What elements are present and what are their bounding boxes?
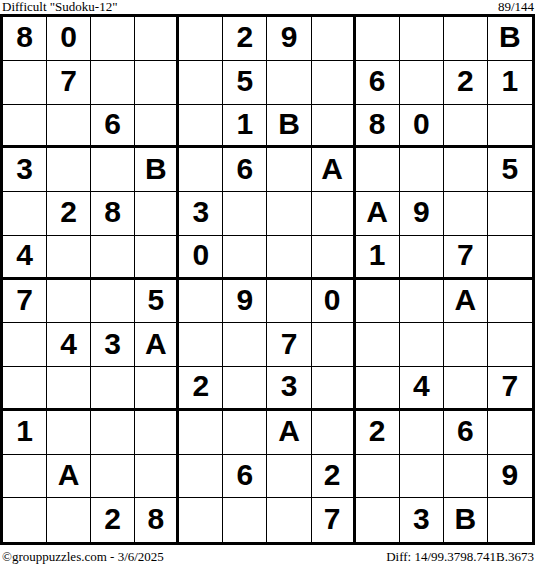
grid-cell: 5 (223, 61, 267, 105)
grid-cell[interactable] (488, 411, 532, 455)
grid-cell[interactable] (179, 61, 223, 105)
grid-cell: 8 (91, 192, 135, 236)
copyright-text: ©grouppuzzles.com - 3/6/2025 (2, 549, 164, 564)
grid-cell: 1 (356, 236, 400, 280)
grid-cell[interactable] (356, 498, 400, 542)
grid-cell[interactable] (91, 17, 135, 61)
grid-cell[interactable] (488, 498, 532, 542)
grid-cell: 7 (312, 498, 356, 542)
cell-value: 7 (60, 64, 77, 98)
grid-cell[interactable] (488, 236, 532, 280)
grid-cell[interactable] (400, 411, 444, 455)
grid-cell: 2 (91, 498, 135, 542)
grid-cell[interactable] (223, 192, 267, 236)
grid-cell: B (488, 17, 532, 61)
grid-cell[interactable] (3, 323, 47, 367)
grid-cell: 0 (47, 17, 91, 61)
cell-value: 3 (104, 327, 121, 361)
cell-value: 9 (413, 195, 430, 229)
grid-cell: 0 (400, 105, 444, 149)
grid-cell: 2 (356, 411, 400, 455)
grid-cell[interactable] (135, 411, 179, 455)
grid-cell[interactable] (488, 280, 532, 324)
cell-value: A (366, 195, 388, 229)
grid-cell[interactable] (223, 323, 267, 367)
page-header: Difficult "Sudoku-12" 89/144 (0, 0, 535, 14)
grid-cell: 2 (47, 192, 91, 236)
grid-cell: B (135, 148, 179, 192)
grid-cell[interactable] (3, 455, 47, 499)
grid-cell[interactable] (179, 105, 223, 149)
cell-value: 9 (237, 283, 254, 317)
grid-cell[interactable] (312, 105, 356, 149)
grid-cell[interactable] (3, 105, 47, 149)
grid-cell[interactable] (267, 280, 311, 324)
grid-cell: 7 (267, 323, 311, 367)
cell-value: 7 (324, 502, 341, 536)
cell-value: 3 (16, 152, 33, 186)
grid-cell: 9 (267, 17, 311, 61)
grid-cell[interactable] (179, 455, 223, 499)
grid-cell: 1 (223, 105, 267, 149)
grid-cell: 3 (91, 323, 135, 367)
grid-cell[interactable] (135, 192, 179, 236)
grid-cell[interactable] (444, 105, 488, 149)
grid-cell: A (312, 148, 356, 192)
cell-value: 7 (502, 369, 519, 403)
grid-cell[interactable] (47, 498, 91, 542)
cell-value: 0 (193, 238, 210, 272)
cell-value: 3 (281, 369, 298, 403)
grid-cell[interactable] (91, 280, 135, 324)
cell-value: A (321, 152, 343, 186)
grid-cell[interactable] (47, 411, 91, 455)
difficulty-code: Diff: 14/99.3798.741B.3673 (386, 549, 534, 564)
grid-cell: A (356, 192, 400, 236)
cell-value: 9 (502, 458, 519, 492)
cell-value: 7 (457, 238, 474, 272)
cell-value: 8 (104, 195, 121, 229)
grid-cell[interactable] (135, 61, 179, 105)
grid-cell: B (444, 498, 488, 542)
cell-value: 1 (502, 64, 519, 98)
cell-value: 8 (369, 107, 386, 141)
grid-cell: 6 (223, 148, 267, 192)
grid-cell[interactable] (488, 192, 532, 236)
grid-cell: 7 (488, 367, 532, 411)
cell-value: 6 (237, 458, 254, 492)
grid-cell[interactable] (91, 367, 135, 411)
grid-cell[interactable] (400, 148, 444, 192)
grid-cell[interactable] (179, 498, 223, 542)
grid-cell[interactable] (356, 148, 400, 192)
grid-cell[interactable] (3, 498, 47, 542)
grid-cell: 6 (91, 105, 135, 149)
grid-cell[interactable] (400, 280, 444, 324)
puzzle-page: Difficult "Sudoku-12" 89/144 8029B756216… (0, 0, 535, 569)
cell-value: A (145, 327, 167, 361)
grid-cell[interactable] (3, 192, 47, 236)
cell-value: 2 (193, 369, 210, 403)
cell-value: 4 (413, 369, 430, 403)
grid-cell: 9 (488, 455, 532, 499)
cell-value: B (455, 502, 477, 536)
grid-cell[interactable] (312, 192, 356, 236)
grid-cell[interactable] (267, 148, 311, 192)
grid-cell[interactable] (179, 280, 223, 324)
grid-cell[interactable] (356, 17, 400, 61)
grid-cell: 6 (356, 61, 400, 105)
page-footer: ©grouppuzzles.com - 3/6/2025 Diff: 14/99… (0, 545, 535, 569)
grid-cell: 7 (444, 236, 488, 280)
grid-cell[interactable] (312, 61, 356, 105)
clue-counter: 89/144 (498, 0, 534, 14)
grid-cell: 7 (47, 61, 91, 105)
grid-cell[interactable] (267, 236, 311, 280)
cell-value: 2 (457, 64, 474, 98)
grid-cell: 1 (3, 411, 47, 455)
grid-cell[interactable] (179, 148, 223, 192)
grid-cell: 4 (400, 367, 444, 411)
grid-cell[interactable] (267, 192, 311, 236)
grid-cell: A (47, 455, 91, 499)
grid-cell[interactable] (223, 498, 267, 542)
cell-value: 3 (193, 195, 210, 229)
cell-value: 7 (16, 283, 33, 317)
grid-cell[interactable] (179, 17, 223, 61)
grid-cell: 3 (3, 148, 47, 192)
grid-cell[interactable] (400, 455, 444, 499)
cell-value: 1 (237, 107, 254, 141)
cell-value: 6 (457, 414, 474, 448)
grid-cell: 0 (312, 280, 356, 324)
cell-value: A (58, 458, 80, 492)
grid-cell[interactable] (223, 411, 267, 455)
grid-cell[interactable] (444, 192, 488, 236)
grid-cell: 6 (444, 411, 488, 455)
grid-cell[interactable] (47, 280, 91, 324)
grid-cell[interactable] (3, 61, 47, 105)
grid-cell: 2 (312, 455, 356, 499)
grid-cell: 4 (3, 236, 47, 280)
cell-value: 2 (104, 502, 121, 536)
grid-cell: 2 (179, 367, 223, 411)
grid-cell: 8 (356, 105, 400, 149)
cell-value: 3 (413, 502, 430, 536)
grid-cell: 3 (179, 192, 223, 236)
grid-cell: 8 (135, 498, 179, 542)
cell-value: 6 (237, 152, 254, 186)
cell-value: 0 (413, 107, 430, 141)
cell-value: 2 (324, 458, 341, 492)
cell-value: 5 (147, 283, 164, 317)
grid-cell: 1 (488, 61, 532, 105)
grid-cell[interactable] (356, 323, 400, 367)
sudoku-grid: 8029B7562161B803B6A5283A940177590A43A723… (0, 14, 535, 545)
grid-cell: 8 (3, 17, 47, 61)
grid-cell[interactable] (400, 61, 444, 105)
grid-cell: 6 (223, 455, 267, 499)
cell-value: 8 (16, 20, 33, 54)
grid-cell[interactable] (444, 367, 488, 411)
cell-value: 0 (324, 283, 341, 317)
grid-cell: 0 (179, 236, 223, 280)
cell-value: 2 (369, 414, 386, 448)
grid-cell[interactable] (135, 367, 179, 411)
grid-cell[interactable] (135, 455, 179, 499)
grid-cell: 3 (400, 498, 444, 542)
grid-cell: A (444, 280, 488, 324)
grid-cell[interactable] (488, 323, 532, 367)
grid-cell[interactable] (444, 455, 488, 499)
grid-cell[interactable] (400, 17, 444, 61)
grid-cell[interactable] (91, 455, 135, 499)
grid-cell[interactable] (47, 105, 91, 149)
grid-cell[interactable] (356, 367, 400, 411)
grid-cell[interactable] (356, 280, 400, 324)
grid-cell: 2 (223, 17, 267, 61)
grid-cell[interactable] (267, 455, 311, 499)
grid-cell[interactable] (444, 148, 488, 192)
cell-value: 8 (147, 502, 164, 536)
cell-value: 4 (16, 238, 33, 272)
cell-value: B (145, 152, 167, 186)
grid-cell[interactable] (47, 148, 91, 192)
grid-cell: 3 (267, 367, 311, 411)
grid-cell[interactable] (47, 236, 91, 280)
grid-cell[interactable] (444, 17, 488, 61)
cell-value: 2 (60, 195, 77, 229)
grid-cell[interactable] (135, 17, 179, 61)
grid-cell[interactable] (135, 236, 179, 280)
cell-value: 6 (369, 64, 386, 98)
cell-value: 9 (281, 20, 298, 54)
grid-cell: B (267, 105, 311, 149)
cell-value: A (278, 414, 300, 448)
grid-cell: 5 (135, 280, 179, 324)
grid-cell[interactable] (91, 148, 135, 192)
cell-value: 1 (369, 238, 386, 272)
grid-cell[interactable] (91, 61, 135, 105)
cell-value: 6 (104, 107, 121, 141)
grid-cell[interactable] (312, 367, 356, 411)
grid-cell: 9 (223, 280, 267, 324)
grid-cell[interactable] (47, 367, 91, 411)
grid-cell[interactable] (223, 367, 267, 411)
grid-cell[interactable] (312, 236, 356, 280)
cell-value: A (455, 283, 477, 317)
grid-cell: 7 (3, 280, 47, 324)
grid-cell[interactable] (488, 105, 532, 149)
cell-value: 5 (237, 64, 254, 98)
grid-cell: 4 (47, 323, 91, 367)
cell-value: B (278, 107, 300, 141)
grid-cell: 2 (444, 61, 488, 105)
grid-cell[interactable] (91, 411, 135, 455)
grid-cell[interactable] (3, 367, 47, 411)
grid-cell[interactable] (400, 236, 444, 280)
cell-value: 1 (16, 414, 33, 448)
cell-value: 0 (60, 20, 77, 54)
grid-cell[interactable] (135, 105, 179, 149)
grid-cell[interactable] (223, 236, 267, 280)
grid-cell[interactable] (267, 498, 311, 542)
grid-cell[interactable] (312, 17, 356, 61)
grid-cell[interactable] (356, 455, 400, 499)
cell-value: 2 (237, 20, 254, 54)
puzzle-title: Difficult "Sudoku-12" (2, 0, 117, 14)
grid-cell: 5 (488, 148, 532, 192)
grid-cell: A (267, 411, 311, 455)
cell-value: B (499, 20, 521, 54)
grid-cell: 9 (400, 192, 444, 236)
grid-cell[interactable] (312, 411, 356, 455)
grid-cell[interactable] (91, 236, 135, 280)
grid-cell[interactable] (267, 61, 311, 105)
grid-cell[interactable] (400, 323, 444, 367)
cell-value: 5 (502, 152, 519, 186)
grid-cell[interactable] (312, 323, 356, 367)
grid-cell[interactable] (179, 411, 223, 455)
grid-cell: A (135, 323, 179, 367)
grid-cell[interactable] (444, 323, 488, 367)
cell-value: 7 (281, 327, 298, 361)
cell-value: 4 (60, 327, 77, 361)
grid-cell[interactable] (179, 323, 223, 367)
